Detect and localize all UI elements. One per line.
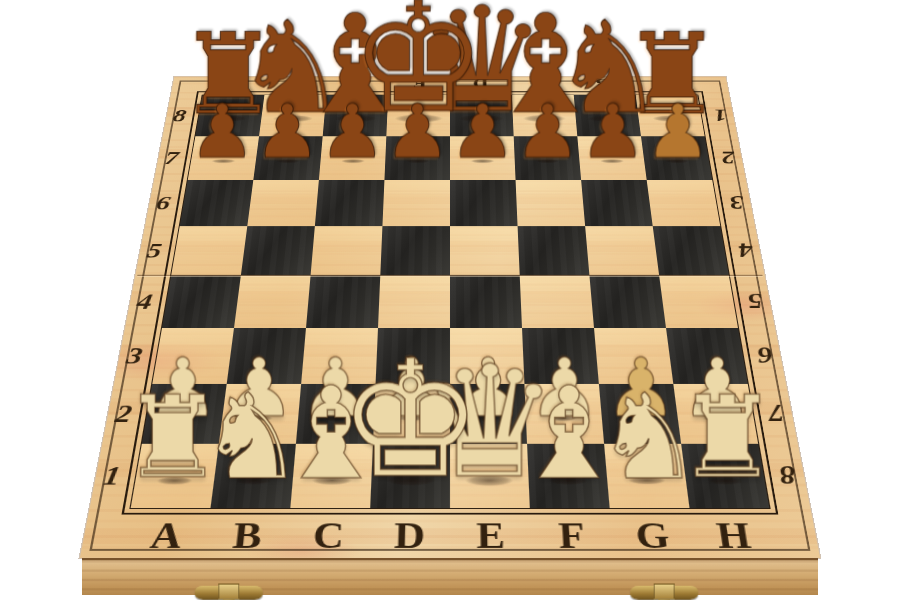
file-label-bottom-b: B xyxy=(204,515,290,558)
hinge-icon xyxy=(195,586,263,600)
square-f4 xyxy=(520,275,594,327)
square-d5 xyxy=(380,226,450,275)
file-label-top-g: G xyxy=(265,77,328,92)
square-d4 xyxy=(378,275,450,327)
file-label-top-f: F xyxy=(327,77,389,92)
file-label-bottom-h: H xyxy=(690,515,778,558)
square-h5 xyxy=(653,226,729,275)
file-label-top-d: D xyxy=(450,77,512,92)
square-h4 xyxy=(659,275,738,327)
white-king-glyph: ♚ xyxy=(338,339,483,500)
black-pawn-glyph: ♟ xyxy=(644,95,711,169)
square-b4 xyxy=(234,275,311,327)
scene: HGFEDCBA 87654321 12345678 ABCDEFGH ♜♞♝♚… xyxy=(0,0,900,600)
square-e5 xyxy=(450,226,520,275)
hinge-icon xyxy=(630,586,698,600)
file-label-top-c: C xyxy=(511,77,573,92)
square-c5 xyxy=(311,226,383,275)
square-c4 xyxy=(306,275,380,327)
square-a6 xyxy=(180,180,254,226)
black-pawn-glyph: ♟ xyxy=(254,95,321,169)
black-pawn-glyph: ♟ xyxy=(189,95,256,169)
square-a4 xyxy=(162,275,241,327)
black-pawn-glyph: ♟ xyxy=(449,95,516,169)
square-b6 xyxy=(247,180,319,226)
black-pawn-glyph: ♟ xyxy=(514,95,581,169)
file-label-bottom-e: E xyxy=(450,515,532,558)
square-f6 xyxy=(516,180,586,226)
square-a5 xyxy=(171,226,247,275)
square-f5 xyxy=(518,226,590,275)
square-c6 xyxy=(315,180,385,226)
black-pawn-glyph: ♟ xyxy=(384,95,451,169)
file-label-top-b: B xyxy=(572,77,635,92)
black-pawn-glyph: ♟ xyxy=(319,95,386,169)
file-labels-bottom: ABCDEFGH xyxy=(122,515,778,558)
file-label-top-h: H xyxy=(203,77,267,92)
file-label-top-e: E xyxy=(388,77,450,92)
square-e4 xyxy=(450,275,522,327)
file-label-top-a: A xyxy=(633,77,697,92)
box-front-face xyxy=(82,558,818,595)
black-pawn-glyph: ♟ xyxy=(579,95,646,169)
square-h6 xyxy=(647,180,721,226)
file-label-bottom-c: C xyxy=(286,515,370,558)
square-g5 xyxy=(585,226,659,275)
file-label-bottom-g: G xyxy=(610,515,696,558)
square-g4 xyxy=(589,275,666,327)
square-b5 xyxy=(241,226,315,275)
chess-board: HGFEDCBA 87654321 12345678 ABCDEFGH ♜♞♝♚… xyxy=(80,77,820,558)
product-photo-stage: HGFEDCBA 87654321 12345678 ABCDEFGH ♜♞♝♚… xyxy=(0,0,900,600)
file-labels-top: HGFEDCBA xyxy=(203,77,697,92)
file-label-bottom-d: D xyxy=(368,515,450,558)
file-label-bottom-a: A xyxy=(122,515,210,558)
square-g6 xyxy=(581,180,653,226)
square-e6 xyxy=(450,180,518,226)
square-d6 xyxy=(382,180,450,226)
file-label-bottom-f: F xyxy=(530,515,614,558)
